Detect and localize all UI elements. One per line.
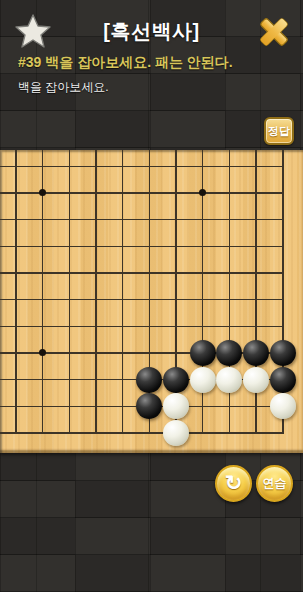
black-stone <box>136 393 162 419</box>
grid-line-horizontal <box>0 246 284 247</box>
reset-button[interactable]: ↻ <box>215 465 252 502</box>
white-stone <box>243 367 269 393</box>
white-stone <box>270 393 296 419</box>
grid-line-horizontal <box>0 166 284 167</box>
black-stone <box>136 367 162 393</box>
black-stone <box>270 367 296 393</box>
practice-button-label: 연습 <box>263 475 287 492</box>
black-stone <box>243 340 269 366</box>
white-stone <box>190 367 216 393</box>
go-board[interactable] <box>0 150 303 453</box>
refresh-icon: ↻ <box>225 472 243 493</box>
grid-line-horizontal <box>0 299 284 300</box>
grid-line-horizontal <box>0 272 284 273</box>
app-screen: [흑선백사] #39 백을 잡아보세요. 패는 안된다. 백을 잡아보세요. 정… <box>0 0 303 592</box>
close-button[interactable] <box>256 14 292 50</box>
white-stone <box>163 420 189 446</box>
star-point <box>199 189 206 196</box>
problem-instruction: #39 백을 잡아보세요. 패는 안된다. <box>18 54 298 72</box>
black-stone <box>190 340 216 366</box>
grid-line-horizontal <box>0 219 284 220</box>
white-stone <box>163 393 189 419</box>
white-stone <box>216 367 242 393</box>
problem-subtitle: 백을 잡아보세요. <box>18 79 298 96</box>
star-point <box>39 349 46 356</box>
grid-line-horizontal <box>0 432 284 434</box>
close-icon <box>257 15 291 49</box>
black-stone <box>163 367 189 393</box>
answer-button[interactable]: 정답 <box>264 117 294 145</box>
practice-button[interactable]: 연습 <box>256 465 293 502</box>
star-point <box>39 189 46 196</box>
grid-line-horizontal <box>0 326 284 327</box>
black-stone <box>216 340 242 366</box>
black-stone <box>270 340 296 366</box>
